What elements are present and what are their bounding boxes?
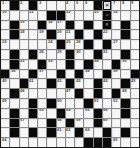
cell-r12-c8[interactable]: 54 <box>66 109 74 118</box>
cell-r14-c12-black <box>103 128 111 137</box>
cell-r5-c6[interactable]: 24 <box>47 40 55 49</box>
cell-r5-c8[interactable]: 25 <box>66 40 74 49</box>
clue-number: 4 <box>66 1 68 4</box>
cell-r9-c2[interactable] <box>10 79 18 88</box>
cell-r1-c5[interactable]: 3 <box>38 1 46 10</box>
clue-number: 58 <box>57 119 62 122</box>
cell-r13-c4[interactable] <box>29 119 37 128</box>
cell-r14-c3[interactable] <box>20 128 28 137</box>
cell-r11-c11[interactable]: 51 <box>94 99 102 108</box>
clue-number: 10 <box>2 11 7 14</box>
cell-r11-c14-black <box>121 99 129 108</box>
cell-r6-c11-black <box>94 50 102 59</box>
clue-number: 60 <box>103 119 108 122</box>
clue-number: 34 <box>94 60 99 63</box>
clue-number: 38 <box>85 70 90 73</box>
cell-r10-c5[interactable] <box>38 89 46 98</box>
cell-r13-c9[interactable]: 59 <box>75 119 83 128</box>
cell-r12-c9[interactable] <box>75 109 83 118</box>
cell-r14-c1[interactable] <box>1 128 9 137</box>
cell-r2-c1[interactable]: 10 <box>1 11 9 20</box>
cell-r3-c15[interactable] <box>131 21 139 30</box>
cell-r10-c12[interactable] <box>103 89 111 98</box>
cell-r11-c6-black <box>47 99 55 108</box>
cell-r14-c6-black <box>47 128 55 137</box>
cell-r5-c13[interactable]: 27 <box>112 40 120 49</box>
cell-r10-c14[interactable]: 48 <box>121 89 129 98</box>
cell-r1-c13[interactable]: 7 <box>112 1 120 10</box>
cell-r4-c5[interactable]: 19 <box>38 30 46 39</box>
cell-r2-c12-black: ▫ <box>103 11 111 20</box>
cell-r7-c14[interactable]: 35 <box>121 60 129 69</box>
cell-r4-c7[interactable]: 20 <box>57 30 65 39</box>
clue-number: 26 <box>76 40 81 43</box>
cell-r6-c1[interactable] <box>1 50 9 59</box>
clue-number: 49 <box>2 99 7 102</box>
cell-r12-c12[interactable]: 56 <box>103 109 111 118</box>
cell-r7-c12[interactable] <box>103 60 111 69</box>
cell-r8-c15-black <box>131 70 139 79</box>
cell-r11-c1[interactable]: 49 <box>1 99 9 108</box>
clue-number: 25 <box>66 40 71 43</box>
cell-r4-c12[interactable]: 22 <box>103 30 111 39</box>
cell-r2-c4[interactable]: 11 <box>29 11 37 20</box>
cell-r1-c6[interactable] <box>47 1 55 10</box>
cell-r9-c13[interactable] <box>112 79 120 88</box>
cell-r4-c3[interactable]: 18 <box>20 30 28 39</box>
cell-r4-c4[interactable] <box>29 30 37 39</box>
cell-r3-c9[interactable] <box>75 21 83 30</box>
clue-number: 63 <box>85 128 90 131</box>
cell-r13-c5[interactable] <box>38 119 46 128</box>
clue-number: 56 <box>103 109 108 112</box>
cell-r2-c10[interactable] <box>84 11 92 20</box>
cell-r14-c11[interactable] <box>94 128 102 137</box>
cell-r6-c9[interactable]: 30 <box>75 50 83 59</box>
cell-r2-c3[interactable] <box>20 11 28 20</box>
cell-r4-c11-black <box>94 30 102 39</box>
cell-r3-c5-black <box>38 21 46 30</box>
cell-r11-c4-black <box>29 99 37 108</box>
cell-r9-c7[interactable]: 42 <box>57 79 65 88</box>
cell-r10-c11-black <box>94 89 102 98</box>
cell-r7-c7[interactable] <box>57 60 65 69</box>
cell-r3-c8-black <box>66 21 74 30</box>
clue-number: 52 <box>113 99 118 102</box>
cell-r8-c14[interactable] <box>121 70 129 79</box>
clue-number: 65 <box>113 138 118 141</box>
cell-r6-c10[interactable] <box>84 50 92 59</box>
cell-r10-c3[interactable]: 46 <box>20 89 28 98</box>
clue-number: 61 <box>57 128 62 131</box>
cell-r12-c7-black <box>57 109 65 118</box>
cell-r5-c11[interactable] <box>94 40 102 49</box>
clue-number: 21 <box>66 30 71 33</box>
clue-number: 30 <box>76 50 81 53</box>
clue-number: 8 <box>122 1 124 4</box>
cell-r10-c9-black <box>75 89 83 98</box>
cell-r5-c1[interactable]: 23 <box>1 40 9 49</box>
cell-r9-c11-black <box>94 79 102 88</box>
clue-number: 23 <box>2 40 7 43</box>
clue-number: 20 <box>57 30 62 33</box>
clue-number: 57 <box>20 119 25 122</box>
clue-number: 12 <box>66 11 71 14</box>
cell-r3-c3[interactable]: 15 <box>20 21 28 30</box>
cell-r12-c11-black <box>94 109 102 118</box>
cell-r9-c12[interactable]: 44 <box>103 79 111 88</box>
cell-r2-c7-black <box>57 11 65 20</box>
cell-r7-c3[interactable]: 32 <box>20 60 28 69</box>
clue-number: 40 <box>2 79 7 82</box>
clue-number: 13 <box>94 11 99 14</box>
cell-r1-c10[interactable]: 6 <box>84 1 92 10</box>
cell-r1-c11-black <box>94 1 102 10</box>
cell-r13-c7[interactable]: 58 <box>57 119 65 128</box>
cell-r5-c15[interactable] <box>131 40 139 49</box>
cell-r14-c7[interactable]: 61 <box>57 128 65 137</box>
cell-r12-c1[interactable] <box>1 109 9 118</box>
cell-r15-c11-black <box>94 138 102 147</box>
cell-r9-c14-black <box>121 79 129 88</box>
clue-number: 46 <box>20 89 25 92</box>
cell-r14-c13[interactable] <box>112 128 120 137</box>
cell-r11-c7[interactable]: 50 <box>57 99 65 108</box>
cell-r8-c2[interactable]: 36 <box>10 70 18 79</box>
cell-r3-c1[interactable] <box>1 21 9 30</box>
clue-number: 5 <box>76 1 78 4</box>
cell-r15-c10-black <box>84 138 92 147</box>
cell-r2-c2[interactable] <box>10 11 18 20</box>
cell-r15-c14[interactable] <box>121 138 129 147</box>
cell-r11-c13[interactable]: 52 <box>112 99 120 108</box>
cell-r9-c6-black <box>47 79 55 88</box>
cell-r15-c3[interactable] <box>20 138 28 147</box>
cell-r3-c13[interactable] <box>112 21 120 30</box>
cell-r14-c5[interactable] <box>38 128 46 137</box>
cell-r12-c13[interactable] <box>112 109 120 118</box>
cell-r11-c12[interactable] <box>103 99 111 108</box>
cell-r6-c2-black <box>10 50 18 59</box>
cell-r3-c12-black: ≡ <box>103 21 111 30</box>
cell-r10-c1[interactable] <box>1 89 9 98</box>
cell-r3-c10-black <box>84 21 92 30</box>
cell-r8-c11[interactable] <box>94 70 102 79</box>
overlay-mark-icon: ≡ <box>105 23 108 27</box>
cell-r4-c6-black <box>47 30 55 39</box>
cell-r15-c15[interactable] <box>131 138 139 147</box>
cell-r4-c15[interactable] <box>131 30 139 39</box>
cell-r5-c5[interactable] <box>38 40 46 49</box>
cell-r12-c2-black <box>10 109 18 118</box>
cell-r2-c15[interactable] <box>131 11 139 20</box>
cell-r9-c5[interactable] <box>38 79 46 88</box>
cell-r10-c13-black <box>112 89 120 98</box>
cell-r11-c2[interactable] <box>10 99 18 108</box>
clue-number: 27 <box>113 40 118 43</box>
cell-r15-c4[interactable] <box>29 138 37 147</box>
cell-r4-c8[interactable]: 21 <box>66 30 74 39</box>
cell-r4-c10[interactable] <box>84 30 92 39</box>
cell-r3-c11[interactable] <box>94 21 102 30</box>
clue-number: 39 <box>113 70 118 73</box>
cell-r7-c8-black <box>66 60 74 69</box>
cell-r11-c9[interactable] <box>75 99 83 108</box>
clue-number: 17 <box>57 21 62 24</box>
cell-r14-c9-black <box>75 128 83 137</box>
cell-r9-c3-black <box>20 79 28 88</box>
cell-r15-c9[interactable] <box>75 138 83 147</box>
cell-r2-c9[interactable] <box>75 11 83 20</box>
cell-r8-c6[interactable] <box>47 70 55 79</box>
clue-number: 3 <box>39 1 41 4</box>
cell-r5-c12-black <box>103 40 111 49</box>
cell-r10-c7[interactable] <box>57 89 65 98</box>
cell-r13-c12[interactable]: 60 <box>103 119 111 128</box>
clue-number: 50 <box>57 99 62 102</box>
cell-r7-c1[interactable] <box>1 60 9 69</box>
cell-r8-c5[interactable]: 37 <box>38 70 46 79</box>
clue-number: 59 <box>76 119 81 122</box>
cell-r12-c4-black <box>29 109 37 118</box>
cell-r6-c7[interactable]: 29 <box>57 50 65 59</box>
cell-r12-c10[interactable]: 55 <box>84 109 92 118</box>
cell-r15-c12-black <box>103 138 111 147</box>
cell-r3-c4[interactable] <box>29 21 37 30</box>
clue-number: 22 <box>103 30 108 33</box>
cell-r9-c15[interactable]: 45 <box>131 79 139 88</box>
cell-r11-c3[interactable] <box>20 99 28 108</box>
cell-r8-c4-black <box>29 70 37 79</box>
cell-r15-c13[interactable]: 65 <box>112 138 120 147</box>
cell-r5-c14[interactable] <box>121 40 129 49</box>
cell-r5-c2[interactable] <box>10 40 18 49</box>
cell-r1-c8[interactable]: 4 <box>66 1 74 10</box>
crossword-thumbnail: 123456✕78910111213▫14151617≡181920212223… <box>0 0 140 148</box>
cell-r3-c6[interactable]: 16 <box>47 21 55 30</box>
clue-number: 35 <box>122 60 127 63</box>
cell-r8-c3[interactable] <box>20 70 28 79</box>
cell-r12-c5[interactable]: 53 <box>38 109 46 118</box>
clue-number: 15 <box>20 21 25 24</box>
clue-number: 24 <box>48 40 53 43</box>
cell-r13-c15[interactable] <box>131 119 139 128</box>
cell-r6-c8-black <box>66 50 74 59</box>
cell-r9-c9[interactable]: 43 <box>75 79 83 88</box>
cell-r12-c14-black <box>121 109 129 118</box>
cell-r9-c8-black <box>66 79 74 88</box>
clue-number: 48 <box>122 89 127 92</box>
cell-r1-c14[interactable]: 8 <box>121 1 129 10</box>
cell-r15-c2[interactable] <box>10 138 18 147</box>
cell-r1-c2-black <box>10 1 18 10</box>
crossword-grid: 123456✕78910111213▫14151617≡181920212223… <box>0 0 140 148</box>
cell-r2-c6-black <box>47 11 55 20</box>
cell-r4-c14-black <box>121 30 129 39</box>
clue-number: 44 <box>103 79 108 82</box>
cell-r6-c14-black <box>121 50 129 59</box>
clue-number: 47 <box>66 89 71 92</box>
cell-r2-c8[interactable]: 12 <box>66 11 74 20</box>
cell-r11-c5[interactable] <box>38 99 46 108</box>
cell-r2-c11[interactable]: 13 <box>94 11 102 20</box>
cell-r14-c15[interactable] <box>131 128 139 137</box>
cell-r13-c2-black <box>10 119 18 128</box>
cell-r11-c10-black <box>84 99 92 108</box>
clue-number: 19 <box>39 30 44 33</box>
cell-r13-c11-black <box>94 119 102 128</box>
cell-r13-c3[interactable]: 57 <box>20 119 28 128</box>
cell-r6-c5[interactable]: 28 <box>38 50 46 59</box>
cell-r5-c7-black <box>57 40 65 49</box>
cell-r13-c6-black <box>47 119 55 128</box>
cell-r10-c6[interactable] <box>47 89 55 98</box>
cell-r13-c10[interactable] <box>84 119 92 128</box>
cell-r5-c9[interactable]: 26 <box>75 40 83 49</box>
cell-r10-c8[interactable]: 47 <box>66 89 74 98</box>
clue-number: 18 <box>20 30 25 33</box>
cell-r7-c2-black <box>10 60 18 69</box>
cell-r7-c9[interactable] <box>75 60 83 69</box>
cell-r14-c8[interactable]: 62 <box>66 128 74 137</box>
clue-number: 2 <box>20 1 22 4</box>
cell-r7-c4[interactable] <box>29 60 37 69</box>
cell-r7-c11[interactable]: 34 <box>94 60 102 69</box>
cell-r3-c7[interactable]: 17 <box>57 21 65 30</box>
cell-r14-c4-black <box>29 128 37 137</box>
cell-r13-c14[interactable] <box>121 119 129 128</box>
cell-r8-c8[interactable] <box>66 70 74 79</box>
cell-r1-c7[interactable] <box>57 1 65 10</box>
cell-r13-c13[interactable] <box>112 119 120 128</box>
clue-number: 6 <box>85 1 87 4</box>
cell-r6-c12[interactable]: 31 <box>103 50 111 59</box>
clue-number: 55 <box>85 109 90 112</box>
clue-number: 51 <box>94 99 99 102</box>
cell-r9-c10[interactable] <box>84 79 92 88</box>
clue-number: 54 <box>66 109 71 112</box>
cell-r7-c10-black <box>84 60 92 69</box>
cell-r9-c4[interactable]: 41 <box>29 79 37 88</box>
cell-r2-c5[interactable] <box>38 11 46 20</box>
cell-r3-c2-black <box>10 21 18 30</box>
cell-r1-c12[interactable]: ✕ <box>103 1 111 10</box>
cell-r8-c1-black <box>1 70 9 79</box>
cell-r13-c1[interactable] <box>1 119 9 128</box>
cell-r13-c8-black <box>66 119 74 128</box>
cell-r8-c13[interactable]: 39 <box>112 70 120 79</box>
cell-r2-c13[interactable]: 14 <box>112 11 120 20</box>
cell-r1-c4-black <box>29 1 37 10</box>
cell-r7-c5-black <box>38 60 46 69</box>
cell-r6-c3[interactable] <box>20 50 28 59</box>
clue-number: 1 <box>2 1 4 4</box>
cell-r9-c1[interactable]: 40 <box>1 79 9 88</box>
cell-r14-c14-black <box>121 128 129 137</box>
clue-number: 37 <box>39 70 44 73</box>
cell-r1-c9[interactable]: 5 <box>75 1 83 10</box>
cell-r15-c6[interactable] <box>47 138 55 147</box>
clue-number: 32 <box>20 60 25 63</box>
clue-number: 28 <box>39 50 44 53</box>
clue-number: 45 <box>131 79 136 82</box>
cell-r12-c15[interactable] <box>131 109 139 118</box>
cell-r1-c15[interactable]: 9 <box>131 1 139 10</box>
cell-r11-c15[interactable] <box>131 99 139 108</box>
clue-number: 29 <box>57 50 62 53</box>
clue-number: 16 <box>48 21 53 24</box>
cell-r5-c10-black <box>84 40 92 49</box>
cell-r1-c3[interactable]: 2 <box>20 1 28 10</box>
cell-r1-c1[interactable]: 1 <box>1 1 9 10</box>
cell-r14-c2-black <box>10 128 18 137</box>
cell-r10-c15[interactable] <box>131 89 139 98</box>
cell-r8-c10[interactable]: 38 <box>84 70 92 79</box>
cell-r4-c13[interactable] <box>112 30 120 39</box>
cell-r6-c15[interactable] <box>131 50 139 59</box>
cell-r6-c4-black <box>29 50 37 59</box>
cell-r4-c9-black <box>75 30 83 39</box>
cell-r15-c5[interactable] <box>38 138 46 147</box>
cell-r10-c10[interactable] <box>84 89 92 98</box>
cell-r8-c12-black <box>103 70 111 79</box>
cell-r14-c10[interactable]: 63 <box>84 128 92 137</box>
clue-number: 31 <box>103 50 108 53</box>
clue-number: 43 <box>76 79 81 82</box>
cell-r10-c4[interactable] <box>29 89 37 98</box>
cross-mark-icon: ✕ <box>105 3 110 9</box>
cell-r3-c14-black <box>121 21 129 30</box>
cell-r10-c2-black <box>10 89 18 98</box>
cell-r8-c9-black <box>75 70 83 79</box>
cell-r12-c6[interactable] <box>47 109 55 118</box>
cell-r15-c7[interactable] <box>57 138 65 147</box>
cell-r7-c15[interactable] <box>131 60 139 69</box>
overlay-mark-icon: ▫ <box>106 13 109 17</box>
clue-number: 33 <box>48 60 53 63</box>
cell-r11-c8[interactable] <box>66 99 74 108</box>
cell-r4-c2-black <box>10 30 18 39</box>
cell-r15-c8[interactable] <box>66 138 74 147</box>
clue-number: 64 <box>2 138 7 141</box>
clue-number: 36 <box>11 70 16 73</box>
cell-r6-c6[interactable] <box>47 50 55 59</box>
clue-number: 53 <box>39 109 44 112</box>
cell-r5-c4[interactable] <box>29 40 37 49</box>
clue-number: 7 <box>113 1 115 4</box>
cell-r5-c3[interactable] <box>20 40 28 49</box>
cell-r4-c1[interactable] <box>1 30 9 39</box>
clue-number: 11 <box>29 11 34 14</box>
cell-r7-c6[interactable]: 33 <box>47 60 55 69</box>
cell-r6-c13[interactable] <box>112 50 120 59</box>
clue-number: 14 <box>113 11 118 14</box>
clue-number: 41 <box>29 79 34 82</box>
cell-r8-c7-black <box>57 70 65 79</box>
clue-number: 62 <box>66 128 71 131</box>
cell-r7-c13-black <box>112 60 120 69</box>
cell-r12-c3[interactable] <box>20 109 28 118</box>
cell-r15-c1[interactable]: 64 <box>1 138 9 147</box>
cell-r2-c14[interactable] <box>121 11 129 20</box>
clue-number: 9 <box>131 1 133 4</box>
clue-number: 42 <box>57 79 62 82</box>
